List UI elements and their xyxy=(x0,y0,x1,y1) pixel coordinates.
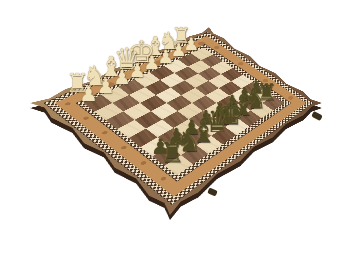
piece-white-pawn[interactable]: ♟ xyxy=(144,54,161,72)
piece-white-pawn[interactable]: ♟ xyxy=(97,76,115,96)
product-photo-scene: ♜♞♝♛♚♝♞♜♟♟♟♟♟♟♟♟♟♟♟♟♟♟♟♟♜♞♝♛♚♝♞♜ xyxy=(0,0,340,255)
piece-white-pawn[interactable]: ♟ xyxy=(113,68,130,88)
piece-white-pawn[interactable]: ♟ xyxy=(129,61,146,80)
brass-clasp xyxy=(311,111,323,121)
piece-black-rook[interactable]: ♜ xyxy=(160,139,185,167)
brass-clasp xyxy=(207,188,218,197)
piece-white-pawn[interactable]: ♟ xyxy=(79,84,98,105)
